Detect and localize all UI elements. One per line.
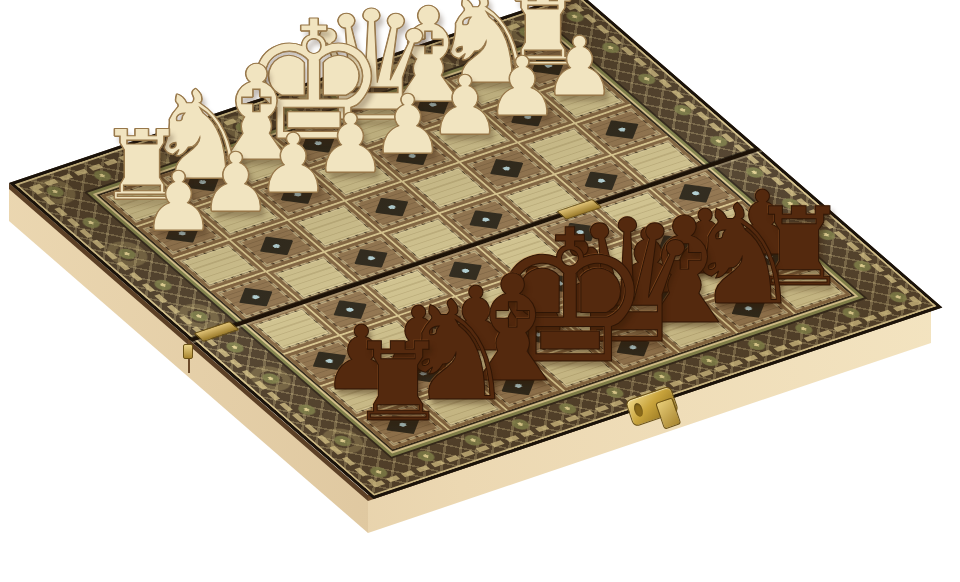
product-photo-stage: Folding wooden chess box with Middle-Eas… [0, 0, 960, 582]
rook-glyph: ♜ [349, 328, 447, 437]
hinge-end-brass-icon [183, 344, 193, 359]
piece-white-pawn-h2[interactable]: ♟ [142, 161, 216, 243]
clasp-hook [655, 397, 681, 429]
piece-black-rook-h8[interactable]: ♜ [349, 328, 447, 437]
hinge-left-icon [193, 321, 239, 342]
pawn-glyph: ♟ [142, 161, 216, 243]
